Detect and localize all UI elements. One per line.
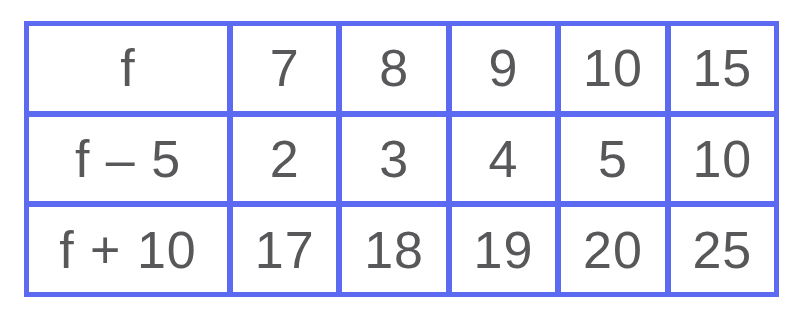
row-header-f: f	[29, 26, 227, 111]
table-cell-r2c5: 10	[671, 117, 774, 202]
row-header-f-minus-5: f – 5	[29, 117, 227, 202]
table-cell-r1c1: 7	[233, 26, 336, 111]
table-cell-r3c2: 18	[342, 207, 445, 292]
table-cell-r2c4: 5	[561, 117, 664, 202]
table-cell-r2c3: 4	[452, 117, 555, 202]
table-cell-r2c2: 3	[342, 117, 445, 202]
row-header-f-plus-10: f + 10	[29, 207, 227, 292]
table-cell-r3c4: 20	[561, 207, 664, 292]
table-cell-r2c1: 2	[233, 117, 336, 202]
function-table: f 7 8 9 10 15 f – 5 2 3 4 5 10 f + 10 17…	[24, 21, 779, 297]
table-cell-r3c3: 19	[452, 207, 555, 292]
table-cell-r3c5: 25	[671, 207, 774, 292]
page: f 7 8 9 10 15 f – 5 2 3 4 5 10 f + 10 17…	[0, 0, 798, 319]
table-cell-r1c5: 15	[671, 26, 774, 111]
table-cell-r1c3: 9	[452, 26, 555, 111]
table-cell-r1c2: 8	[342, 26, 445, 111]
table-cell-r1c4: 10	[561, 26, 664, 111]
table-cell-r3c1: 17	[233, 207, 336, 292]
